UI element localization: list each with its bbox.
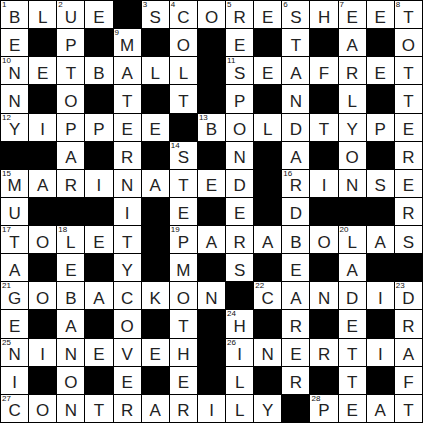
black-cell-r7c2 xyxy=(57,198,84,225)
cell-letter: O xyxy=(120,318,133,335)
clue-number: 27 xyxy=(2,395,11,404)
cell-letter: T xyxy=(291,37,301,54)
cell-letter: P xyxy=(65,37,76,54)
cell-letter: H xyxy=(318,9,330,26)
cell-r6c1[interactable]: A xyxy=(29,170,56,197)
cell-r14c7[interactable]: I xyxy=(198,395,225,422)
cell-letter: R xyxy=(402,205,414,222)
clue-number: 4 xyxy=(171,1,175,10)
cell-letter: P xyxy=(318,402,329,419)
cell-r1c2[interactable]: P xyxy=(57,29,84,56)
cell-letter: P xyxy=(234,93,245,110)
cell-r0c11[interactable]: H xyxy=(310,1,337,28)
cell-letter: N xyxy=(8,346,20,363)
cell-letter: O xyxy=(36,290,49,307)
clue-number: 5 xyxy=(227,1,231,10)
cell-letter: O xyxy=(36,234,49,251)
cell-r6c13[interactable]: S xyxy=(367,170,394,197)
black-cell-r9c3 xyxy=(85,254,112,281)
cell-r2c3[interactable]: B xyxy=(85,57,112,84)
cell-r5c4[interactable]: R xyxy=(114,142,141,169)
cell-r1c4[interactable]: 9M xyxy=(114,29,141,56)
cell-r8c1[interactable]: O xyxy=(29,226,56,253)
cell-letter: A xyxy=(121,65,132,82)
cell-letter: T xyxy=(122,93,132,110)
black-cell-r11c1 xyxy=(29,310,56,337)
cell-letter: L xyxy=(179,65,188,82)
cell-r3c2[interactable]: O xyxy=(57,85,84,112)
cell-r6c8[interactable]: D xyxy=(226,170,253,197)
cell-r3c12[interactable]: L xyxy=(339,85,366,112)
clue-number: 25 xyxy=(2,339,11,348)
cell-r4c11[interactable]: T xyxy=(310,114,337,141)
cell-r10c13[interactable]: I xyxy=(367,282,394,309)
cell-r0c13[interactable]: E xyxy=(367,1,394,28)
cell-r0c2[interactable]: 2U xyxy=(57,1,84,28)
cell-letter: R xyxy=(177,402,189,419)
cell-r3c6[interactable]: T xyxy=(170,85,197,112)
cell-r3c4[interactable]: T xyxy=(114,85,141,112)
clue-number: 24 xyxy=(227,310,236,319)
cell-r7c14[interactable]: R xyxy=(395,198,422,225)
cell-r9c8[interactable]: S xyxy=(226,254,253,281)
cell-r13c0[interactable]: I xyxy=(1,367,28,394)
cell-r10c9[interactable]: 22C xyxy=(254,282,281,309)
cell-r12c2[interactable]: N xyxy=(57,339,84,366)
cell-r11c14[interactable]: R xyxy=(395,310,422,337)
cell-r14c8[interactable]: L xyxy=(226,395,253,422)
cell-letter: S xyxy=(403,234,414,251)
black-cell-r13c11 xyxy=(310,367,337,394)
cell-letter: I xyxy=(378,346,383,363)
cell-r11c8[interactable]: 24H xyxy=(226,310,253,337)
cell-letter: E xyxy=(121,121,132,138)
cell-r5c6[interactable]: 14S xyxy=(170,142,197,169)
black-cell-r14c10 xyxy=(282,395,309,422)
cell-r13c2[interactable]: O xyxy=(57,367,84,394)
clue-number: 3 xyxy=(143,1,147,10)
cell-r4c7[interactable]: 13B xyxy=(198,114,225,141)
clue-number: 19 xyxy=(171,226,180,235)
cell-r0c12[interactable]: 7E xyxy=(339,1,366,28)
clue-number: 1 xyxy=(2,1,6,10)
cell-letter: E xyxy=(178,205,189,222)
cell-r0c8[interactable]: 5R xyxy=(226,1,253,28)
cell-letter: R xyxy=(121,149,133,166)
cell-r14c4[interactable]: R xyxy=(114,395,141,422)
cell-r0c9[interactable]: E xyxy=(254,1,281,28)
cell-r14c5[interactable]: A xyxy=(142,395,169,422)
black-cell-r11c3 xyxy=(85,310,112,337)
black-cell-r7c1 xyxy=(29,198,56,225)
cell-letter: V xyxy=(121,346,132,363)
black-cell-r3c7 xyxy=(198,85,225,112)
cell-r13c12[interactable]: T xyxy=(339,367,366,394)
cell-r8c13[interactable]: A xyxy=(367,226,394,253)
cell-r5c8[interactable]: N xyxy=(226,142,253,169)
black-cell-r1c13 xyxy=(367,29,394,56)
cell-r4c2[interactable]: P xyxy=(57,114,84,141)
clue-number: 9 xyxy=(115,29,119,38)
cell-r9c12[interactable]: A xyxy=(339,254,366,281)
cell-letter: E xyxy=(346,402,357,419)
black-cell-r11c13 xyxy=(367,310,394,337)
cell-letter: Y xyxy=(262,402,273,419)
cell-letter: L xyxy=(347,234,356,251)
cell-r9c2[interactable]: E xyxy=(57,254,84,281)
cell-r10c4[interactable]: C xyxy=(114,282,141,309)
cell-letter: E xyxy=(234,205,245,222)
cell-r13c10[interactable]: R xyxy=(282,367,309,394)
cell-r2c13[interactable]: E xyxy=(367,57,394,84)
cell-r5c12[interactable]: O xyxy=(339,142,366,169)
cell-r8c10[interactable]: B xyxy=(282,226,309,253)
cell-r9c10[interactable]: E xyxy=(282,254,309,281)
cell-letter: O xyxy=(317,234,330,251)
cell-letter: E xyxy=(9,37,20,54)
black-cell-r8c5 xyxy=(142,226,169,253)
cell-r4c1[interactable]: I xyxy=(29,114,56,141)
cell-r2c12[interactable]: R xyxy=(339,57,366,84)
black-cell-r7c3 xyxy=(85,198,112,225)
cell-letter: T xyxy=(122,234,132,251)
black-cell-r3c1 xyxy=(29,85,56,112)
cell-r6c7[interactable]: E xyxy=(198,170,225,197)
cell-r1c8[interactable]: E xyxy=(226,29,253,56)
cell-r14c12[interactable]: E xyxy=(339,395,366,422)
cell-letter: R xyxy=(402,149,414,166)
cell-letter: S xyxy=(290,9,301,26)
cell-r4c13[interactable]: P xyxy=(367,114,394,141)
cell-r10c3[interactable]: A xyxy=(85,282,112,309)
cell-r7c6[interactable]: E xyxy=(170,198,197,225)
cell-r5c10[interactable]: A xyxy=(282,142,309,169)
clue-number: 16 xyxy=(283,170,292,179)
black-cell-r7c9 xyxy=(254,198,281,225)
cell-r10c6[interactable]: O xyxy=(170,282,197,309)
cell-letter: D xyxy=(290,205,302,222)
cell-letter: O xyxy=(233,121,246,138)
cell-r14c9[interactable]: Y xyxy=(254,395,281,422)
black-cell-r1c9 xyxy=(254,29,281,56)
cell-letter: L xyxy=(235,374,244,391)
cell-r6c10[interactable]: 16R xyxy=(282,170,309,197)
cell-r8c4[interactable]: T xyxy=(114,226,141,253)
cell-letter: E xyxy=(290,262,301,279)
cell-r4c4[interactable]: E xyxy=(114,114,141,141)
cell-r11c4[interactable]: O xyxy=(114,310,141,337)
cell-r2c5[interactable]: L xyxy=(142,57,169,84)
cell-letter: N xyxy=(346,177,358,194)
cell-r12c11[interactable]: R xyxy=(310,339,337,366)
clue-number: 6 xyxy=(283,1,287,10)
cell-r10c10[interactable]: A xyxy=(282,282,309,309)
cell-r12c4[interactable]: V xyxy=(114,339,141,366)
cell-letter: Y xyxy=(9,121,20,138)
cell-letter: L xyxy=(66,234,75,251)
black-cell-r5c5 xyxy=(142,142,169,169)
cell-r10c0[interactable]: 21G xyxy=(1,282,28,309)
cell-letter: T xyxy=(347,374,357,391)
cell-r0c1[interactable]: L xyxy=(29,1,56,28)
cell-letter: E xyxy=(375,65,386,82)
cell-letter: C xyxy=(8,402,20,419)
cell-letter: C xyxy=(177,9,189,26)
black-cell-r5c0 xyxy=(1,142,28,169)
cell-r10c5[interactable]: K xyxy=(142,282,169,309)
cell-letter: T xyxy=(403,9,413,26)
cell-r2c6[interactable]: L xyxy=(170,57,197,84)
cell-r4c10[interactable]: D xyxy=(282,114,309,141)
cell-r8c2[interactable]: 18L xyxy=(57,226,84,253)
cell-letter: N xyxy=(121,177,133,194)
cell-letter: E xyxy=(178,374,189,391)
cell-letter: A xyxy=(37,177,48,194)
cell-r7c0[interactable]: U xyxy=(1,198,28,225)
cell-r0c3[interactable]: E xyxy=(85,1,112,28)
cell-letter: E xyxy=(37,65,48,82)
cell-r1c6[interactable]: O xyxy=(170,29,197,56)
cell-r13c6[interactable]: E xyxy=(170,367,197,394)
cell-r13c8[interactable]: L xyxy=(226,367,253,394)
cell-r9c4[interactable]: Y xyxy=(114,254,141,281)
cell-r6c2[interactable]: R xyxy=(57,170,84,197)
cell-r4c0[interactable]: 12Y xyxy=(1,114,28,141)
black-cell-r5c1 xyxy=(29,142,56,169)
cell-r4c9[interactable]: L xyxy=(254,114,281,141)
cell-r13c4[interactable]: E xyxy=(114,367,141,394)
cell-r4c3[interactable]: P xyxy=(85,114,112,141)
cell-letter: S xyxy=(234,65,245,82)
cell-letter: B xyxy=(93,65,104,82)
cell-letter: A xyxy=(375,234,386,251)
black-cell-r0c4 xyxy=(114,1,141,28)
cell-r8c6[interactable]: 19P xyxy=(170,226,197,253)
cell-r8c0[interactable]: 17T xyxy=(1,226,28,253)
black-cell-r11c11 xyxy=(310,310,337,337)
cell-letter: N xyxy=(262,346,274,363)
cell-r6c11[interactable]: I xyxy=(310,170,337,197)
black-cell-r6c9 xyxy=(254,170,281,197)
cell-r8c3[interactable]: E xyxy=(85,226,112,253)
cell-r3c0[interactable]: N xyxy=(1,85,28,112)
cell-r1c14[interactable]: O xyxy=(395,29,422,56)
cell-r3c14[interactable]: T xyxy=(395,85,422,112)
clue-number: 7 xyxy=(340,1,344,10)
cell-letter: M xyxy=(176,262,190,279)
cell-r7c10[interactable]: D xyxy=(282,198,309,225)
cell-r6c6[interactable]: T xyxy=(170,170,197,197)
cell-r10c12[interactable]: D xyxy=(339,282,366,309)
cell-r4c8[interactable]: O xyxy=(226,114,253,141)
cell-letter: M xyxy=(7,177,21,194)
cell-letter: I xyxy=(209,402,214,419)
cell-r9c6[interactable]: M xyxy=(170,254,197,281)
cell-letter: A xyxy=(206,234,217,251)
cell-letter: P xyxy=(375,121,386,138)
cell-letter: T xyxy=(178,318,188,335)
cell-r12c8[interactable]: 26I xyxy=(226,339,253,366)
cell-letter: N xyxy=(65,402,77,419)
black-cell-r9c11 xyxy=(310,254,337,281)
cell-r10c7[interactable]: N xyxy=(198,282,225,309)
cell-letter: T xyxy=(347,346,357,363)
cell-r2c1[interactable]: E xyxy=(29,57,56,84)
cell-letter: E xyxy=(65,262,76,279)
cell-r12c10[interactable]: E xyxy=(282,339,309,366)
cell-letter: E xyxy=(346,9,357,26)
cell-r14c11[interactable]: 28P xyxy=(310,395,337,422)
cell-r12c12[interactable]: T xyxy=(339,339,366,366)
cell-letter: L xyxy=(263,121,272,138)
black-cell-r7c13 xyxy=(367,198,394,225)
cell-r14c2[interactable]: N xyxy=(57,395,84,422)
cell-r12c6[interactable]: H xyxy=(170,339,197,366)
cell-letter: R xyxy=(290,318,302,335)
cell-letter: A xyxy=(346,37,357,54)
black-cell-r9c9 xyxy=(254,254,281,281)
cell-letter: E xyxy=(234,37,245,54)
cell-r3c10[interactable]: N xyxy=(282,85,309,112)
cell-r2c2[interactable]: T xyxy=(57,57,84,84)
cell-letter: U xyxy=(65,9,77,26)
black-cell-r5c3 xyxy=(85,142,112,169)
cell-r2c11[interactable]: F xyxy=(310,57,337,84)
cell-r11c6[interactable]: T xyxy=(170,310,197,337)
clue-number: 10 xyxy=(2,57,11,66)
cell-r6c12[interactable]: N xyxy=(339,170,366,197)
black-cell-r7c12 xyxy=(339,198,366,225)
cell-letter: A xyxy=(375,402,386,419)
cell-letter: O xyxy=(346,149,359,166)
cell-r0c10[interactable]: 6S xyxy=(282,1,309,28)
cell-letter: E xyxy=(375,9,386,26)
cell-letter: O xyxy=(64,93,77,110)
cell-r14c6[interactable]: R xyxy=(170,395,197,422)
cell-r0c7[interactable]: O xyxy=(198,1,225,28)
black-cell-r11c7 xyxy=(198,310,225,337)
cell-letter: E xyxy=(262,65,273,82)
cell-r4c12[interactable]: Y xyxy=(339,114,366,141)
cell-r14c1[interactable]: O xyxy=(29,395,56,422)
clue-number: 28 xyxy=(311,395,320,404)
black-cell-r1c1 xyxy=(29,29,56,56)
cell-r1c10[interactable]: T xyxy=(282,29,309,56)
cell-r14c0[interactable]: 27C xyxy=(1,395,28,422)
cell-letter: N xyxy=(8,65,20,82)
cell-letter: U xyxy=(8,205,20,222)
cell-letter: T xyxy=(9,234,19,251)
cell-letter: I xyxy=(378,290,383,307)
cell-r14c3[interactable]: T xyxy=(85,395,112,422)
cell-letter: Y xyxy=(346,121,357,138)
cell-letter: B xyxy=(65,290,76,307)
cell-letter: A xyxy=(150,402,161,419)
cell-r0c0[interactable]: 1B xyxy=(1,1,28,28)
cell-r10c2[interactable]: B xyxy=(57,282,84,309)
cell-r14c14[interactable]: T xyxy=(395,395,422,422)
cell-r12c0[interactable]: 25N xyxy=(1,339,28,366)
cell-r8c14[interactable]: S xyxy=(395,226,422,253)
cell-r12c9[interactable]: N xyxy=(254,339,281,366)
cell-r14c13[interactable]: A xyxy=(367,395,394,422)
cell-letter: T xyxy=(403,402,413,419)
cell-r8c11[interactable]: O xyxy=(310,226,337,253)
cell-r12c1[interactable]: I xyxy=(29,339,56,366)
cell-letter: R xyxy=(121,402,133,419)
cell-r4c14[interactable]: E xyxy=(395,114,422,141)
cell-r13c14[interactable]: F xyxy=(395,367,422,394)
clue-number: 12 xyxy=(2,114,11,123)
cell-letter: P xyxy=(93,121,104,138)
cell-letter: E xyxy=(93,346,104,363)
black-cell-r13c9 xyxy=(254,367,281,394)
cell-r11c12[interactable]: E xyxy=(339,310,366,337)
cell-letter: I xyxy=(97,177,102,194)
cell-letter: N xyxy=(205,290,217,307)
cell-r5c14[interactable]: R xyxy=(395,142,422,169)
cell-r11c2[interactable]: A xyxy=(57,310,84,337)
cell-r2c14[interactable]: T xyxy=(395,57,422,84)
cell-r8c8[interactable]: R xyxy=(226,226,253,253)
cell-r6c3[interactable]: I xyxy=(85,170,112,197)
cell-r2c9[interactable]: E xyxy=(254,57,281,84)
cell-r6c4[interactable]: N xyxy=(114,170,141,197)
cell-r6c5[interactable]: A xyxy=(142,170,169,197)
cell-letter: R xyxy=(290,374,302,391)
cell-r8c7[interactable]: A xyxy=(198,226,225,253)
black-cell-r13c7 xyxy=(198,367,225,394)
cell-letter: P xyxy=(65,121,76,138)
cell-letter: D xyxy=(233,177,245,194)
cell-r3c8[interactable]: P xyxy=(226,85,253,112)
cell-r0c5[interactable]: 3S xyxy=(142,1,169,28)
cell-r10c14[interactable]: 23D xyxy=(395,282,422,309)
black-cell-r5c13 xyxy=(367,142,394,169)
cell-r6c14[interactable]: E xyxy=(395,170,422,197)
cell-letter: R xyxy=(346,65,358,82)
cell-r8c12[interactable]: 20L xyxy=(339,226,366,253)
cell-r1c12[interactable]: A xyxy=(339,29,366,56)
cell-r1c0[interactable]: E xyxy=(1,29,28,56)
cell-r11c0[interactable]: E xyxy=(1,310,28,337)
cell-r0c14[interactable]: 8T xyxy=(395,1,422,28)
cell-r0c6[interactable]: 4C xyxy=(170,1,197,28)
cell-r12c3[interactable]: E xyxy=(85,339,112,366)
cell-r11c10[interactable]: R xyxy=(282,310,309,337)
cell-r12c5[interactable]: E xyxy=(142,339,169,366)
cell-r12c13[interactable]: I xyxy=(367,339,394,366)
cell-r7c8[interactable]: E xyxy=(226,198,253,225)
cell-letter: T xyxy=(94,402,104,419)
cell-r10c11[interactable]: N xyxy=(310,282,337,309)
cell-r5c2[interactable]: A xyxy=(57,142,84,169)
cell-r4c5[interactable]: E xyxy=(142,114,169,141)
cell-r9c0[interactable]: A xyxy=(1,254,28,281)
cell-r2c10[interactable]: A xyxy=(282,57,309,84)
cell-r12c14[interactable]: A xyxy=(395,339,422,366)
cell-r7c4[interactable]: I xyxy=(114,198,141,225)
cell-r2c0[interactable]: 10N xyxy=(1,57,28,84)
cell-r10c1[interactable]: O xyxy=(29,282,56,309)
cell-r2c8[interactable]: 11S xyxy=(226,57,253,84)
cell-r2c4[interactable]: A xyxy=(114,57,141,84)
clue-number: 21 xyxy=(2,282,11,291)
cell-letter: L xyxy=(150,65,159,82)
cell-r8c9[interactable]: A xyxy=(254,226,281,253)
cell-r6c0[interactable]: 15M xyxy=(1,170,28,197)
cell-letter: E xyxy=(93,234,104,251)
